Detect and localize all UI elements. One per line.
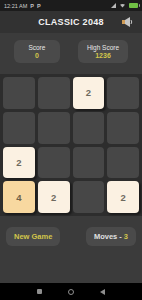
tile-2: 2	[73, 77, 105, 109]
empty-cell	[73, 147, 105, 179]
home-circle-icon[interactable]	[68, 289, 74, 295]
phone-screen: 12:21 AM P P CLASSIC 2048 Score 0 High S…	[0, 0, 142, 300]
notification-icon: P	[37, 3, 41, 9]
status-time: 12:21 AM	[4, 3, 27, 9]
status-right	[111, 3, 138, 8]
app-bar: CLASSIC 2048	[0, 11, 142, 33]
empty-cell	[38, 147, 70, 179]
empty-cell	[73, 181, 105, 213]
score-value: 0	[35, 52, 39, 60]
high-score-label: High Score	[87, 44, 119, 52]
tile-2: 2	[3, 147, 35, 179]
score-box: Score 0	[14, 40, 60, 63]
recents-square-icon[interactable]	[37, 289, 42, 294]
status-bar: 12:21 AM P P	[0, 0, 142, 11]
notification-icon: P	[30, 3, 34, 9]
high-score-box: High Score 1236	[78, 40, 128, 63]
footer-bar: New Game Moves - 3	[0, 227, 142, 246]
moves-label: Moves -	[94, 232, 122, 241]
moves-value: 3	[124, 232, 128, 241]
battery-icon	[129, 3, 138, 8]
android-nav-bar	[0, 283, 142, 300]
empty-cell	[107, 147, 139, 179]
status-left: 12:21 AM P P	[4, 3, 41, 9]
background-area	[0, 246, 142, 283]
tile-2: 2	[38, 181, 70, 213]
moves-counter: Moves - 3	[86, 227, 136, 246]
tile-2: 2	[107, 181, 139, 213]
signal-icon	[111, 3, 116, 8]
empty-cell	[107, 112, 139, 144]
game-board[interactable]: 22422	[0, 74, 142, 216]
empty-cell	[107, 77, 139, 109]
tile-4: 4	[3, 181, 35, 213]
back-triangle-icon[interactable]	[100, 289, 105, 295]
score-panel: Score 0 High Score 1236	[0, 40, 142, 63]
app-title: CLASSIC 2048	[38, 17, 104, 27]
empty-cell	[38, 112, 70, 144]
empty-cell	[3, 77, 35, 109]
empty-cell	[38, 77, 70, 109]
empty-cell	[73, 112, 105, 144]
new-game-button[interactable]: New Game	[6, 227, 60, 246]
wifi-icon	[119, 4, 126, 8]
high-score-value: 1236	[95, 52, 111, 60]
empty-cell	[3, 112, 35, 144]
speaker-icon[interactable]	[121, 16, 134, 28]
score-label: Score	[28, 44, 45, 52]
